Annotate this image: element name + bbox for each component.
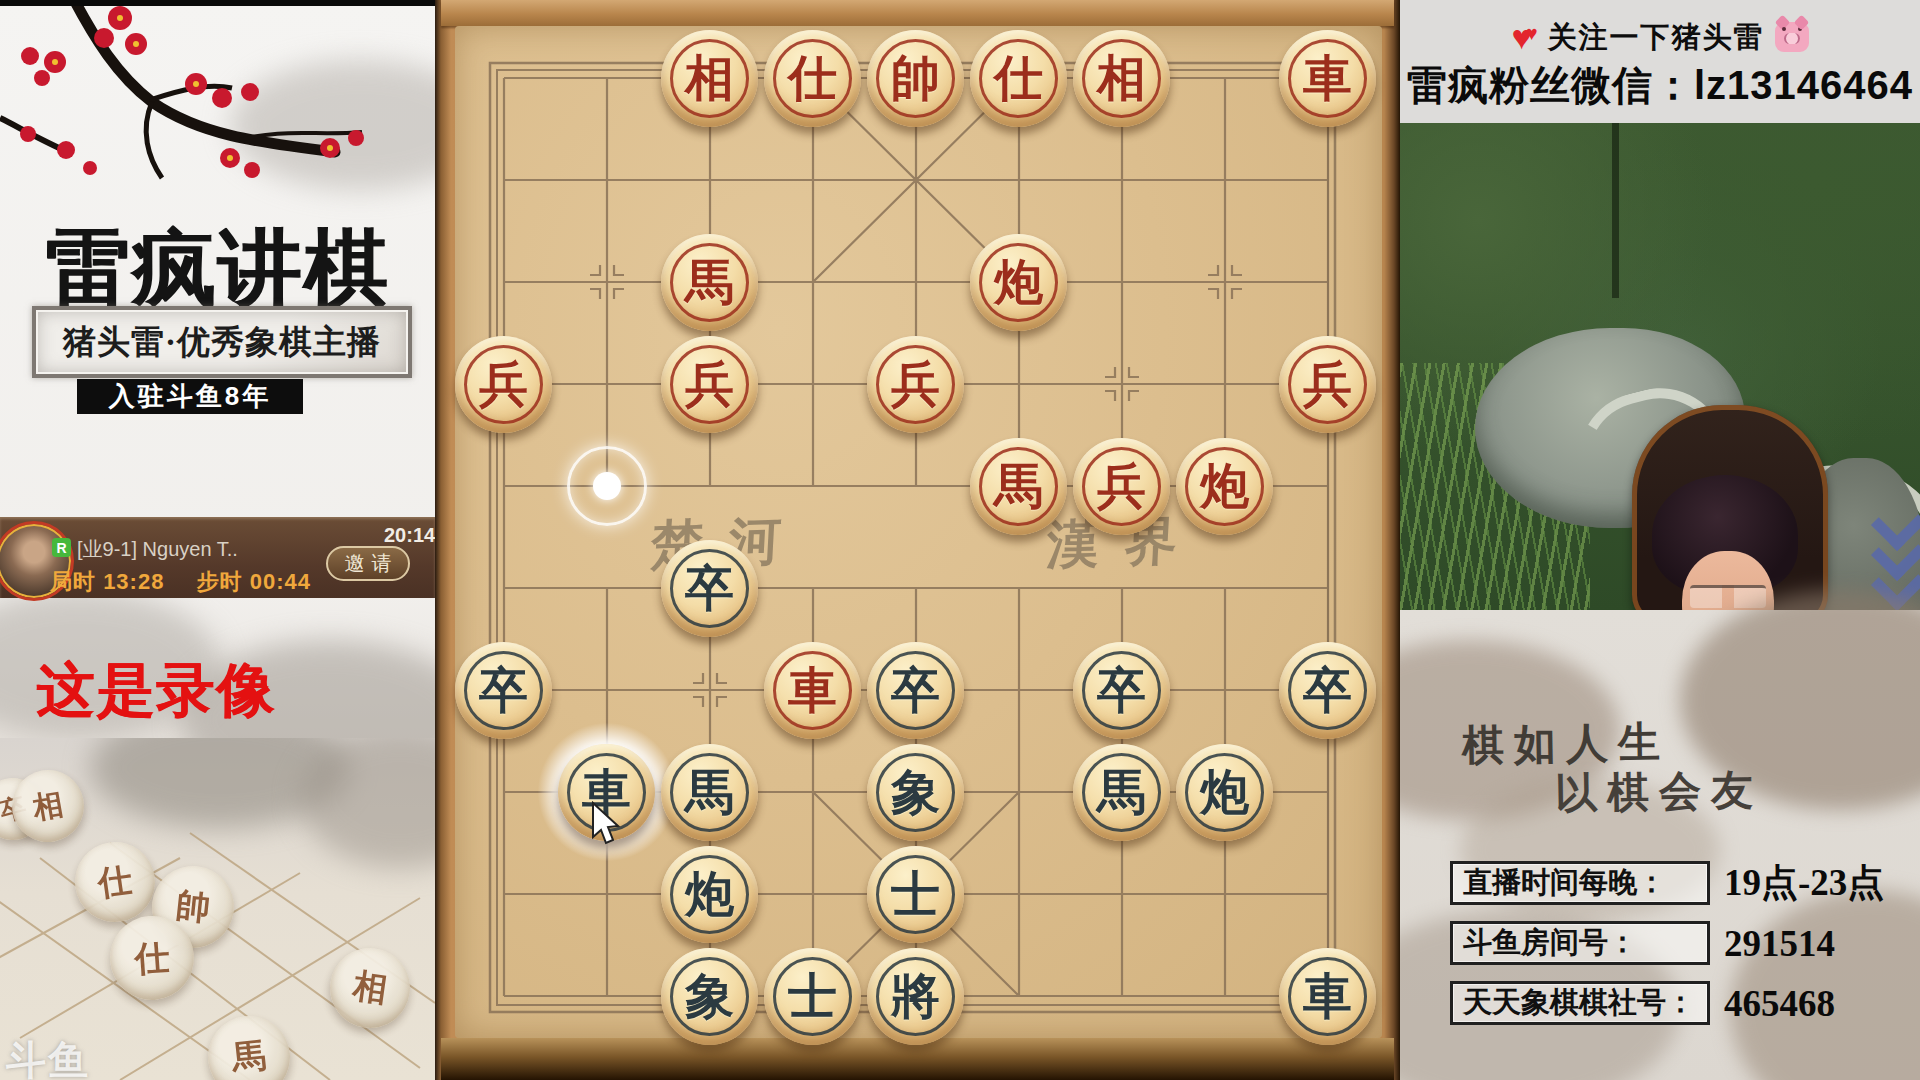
mouse-cursor — [590, 801, 624, 847]
piece-black-卒[interactable]: 卒 — [455, 642, 552, 739]
last-move-ring — [555, 435, 658, 537]
info-row-club: 天天象棋棋社号： 465468 — [1450, 980, 1920, 1026]
top-black-strip — [0, 0, 435, 6]
piece-red-兵[interactable]: 兵 — [455, 336, 552, 433]
xiangqi-board-panel: 楚河 漢界 相仕帥仕相車馬炮兵兵兵兵馬兵炮卒卒車卒卒卒車馬象馬炮炮士象士將車 — [435, 0, 1400, 1080]
follow-text: 关注一下猪头雷 — [1548, 21, 1765, 53]
piece-red-仕[interactable]: 仕 — [970, 30, 1067, 127]
schedule-label: 直播时间每晚： — [1450, 861, 1710, 905]
subtitle-text: 猪头雷·优秀象棋主播 — [63, 320, 381, 365]
piece-black-卒[interactable]: 卒 — [1279, 642, 1376, 739]
invite-button[interactable]: 邀请 — [326, 546, 410, 581]
wechat-line: 雷疯粉丝微信：lz13146464 — [1400, 58, 1920, 113]
right-stream-panel: ♥♥关注一下猪头雷 雷疯粉丝微信：lz13146464 棋如人生 — [1400, 0, 1920, 1080]
subtitle-banner: 猪头雷·优秀象棋主播 — [32, 306, 412, 378]
piece-black-卒[interactable]: 卒 — [867, 642, 964, 739]
plum-blossom-art — [0, 0, 435, 200]
game-time-label: 局时 — [50, 569, 96, 594]
piece-red-相[interactable]: 相 — [1073, 30, 1170, 127]
webcam-video[interactable] — [1400, 123, 1920, 610]
board-grid: 相仕帥仕相車馬炮兵兵兵兵馬兵炮卒卒車卒卒卒車馬象馬炮炮士象士將車 — [452, 27, 1379, 1047]
info-row-room: 斗鱼房间号： 291514 — [1450, 920, 1920, 966]
piece-black-炮[interactable]: 炮 — [1176, 744, 1273, 841]
club-label: 天天象棋棋社号： — [1450, 981, 1710, 1025]
pole — [1612, 123, 1619, 298]
douyu-watermark: 斗鱼 douyu.com — [6, 1033, 95, 1080]
years-banner-text: 入驻斗鱼8年 — [109, 379, 271, 414]
piece-red-車[interactable]: 車 — [1279, 30, 1376, 127]
match-clocks: 局时 13:28 步时 00:44 — [50, 567, 311, 597]
club-value: 465468 — [1724, 982, 1835, 1025]
piece-red-兵[interactable]: 兵 — [661, 336, 758, 433]
piece-red-馬[interactable]: 馬 — [661, 234, 758, 331]
piece-red-仕[interactable]: 仕 — [764, 30, 861, 127]
piece-red-兵[interactable]: 兵 — [1279, 336, 1376, 433]
piece-red-炮[interactable]: 炮 — [1176, 438, 1273, 535]
streamer-glasses — [1690, 585, 1766, 608]
left-promo-panel: 雷疯讲棋 猪头雷·优秀象棋主播 入驻斗鱼8年 R [业9-1] Nguyen T… — [0, 0, 435, 1080]
years-banner: 入驻斗鱼8年 — [77, 379, 303, 414]
piece-black-馬[interactable]: 馬 — [661, 744, 758, 841]
watermark-main: 斗鱼 — [6, 1038, 90, 1080]
move-time-label: 步时 — [197, 569, 243, 594]
piece-black-卒[interactable]: 卒 — [1073, 642, 1170, 739]
piece-black-象[interactable]: 象 — [867, 744, 964, 841]
schedule-value: 19点-23点 — [1724, 858, 1884, 908]
move-time-value: 00:44 — [250, 569, 311, 594]
opponent-name: [业9-1] Nguyen T.. — [77, 536, 238, 563]
piece-red-兵[interactable]: 兵 — [867, 336, 964, 433]
pig-icon — [1775, 22, 1809, 52]
motto-line-2: 以棋会友 — [1555, 762, 1764, 822]
piece-black-卒[interactable]: 卒 — [661, 540, 758, 637]
info-row-schedule: 直播时间每晚： 19点-23点 — [1450, 860, 1920, 906]
piece-red-車[interactable]: 車 — [764, 642, 861, 739]
recording-notice: 这是录像 — [36, 652, 276, 730]
stream-screenshot: 雷疯讲棋 猪头雷·优秀象棋主播 入驻斗鱼8年 R [业9-1] Nguyen T… — [0, 0, 1920, 1080]
room-value: 291514 — [1724, 922, 1835, 965]
game-time-value: 13:28 — [103, 569, 164, 594]
piece-black-炮[interactable]: 炮 — [661, 846, 758, 943]
room-label: 斗鱼房间号： — [1450, 921, 1710, 965]
piece-red-相[interactable]: 相 — [661, 30, 758, 127]
piece-red-兵[interactable]: 兵 — [1073, 438, 1170, 535]
piece-black-士[interactable]: 士 — [867, 846, 964, 943]
rank-badge: R — [52, 538, 71, 557]
piece-red-炮[interactable]: 炮 — [970, 234, 1067, 331]
piece-black-象[interactable]: 象 — [661, 948, 758, 1045]
heart-icon: ♥♥ — [1511, 18, 1539, 56]
piece-black-士[interactable]: 士 — [764, 948, 861, 1045]
piece-black-車[interactable]: 車 — [1279, 948, 1376, 1045]
piece-red-馬[interactable]: 馬 — [970, 438, 1067, 535]
piece-red-帥[interactable]: 帥 — [867, 30, 964, 127]
decorative-board-photo: 卒相仕帥仕相馬 斗鱼 douyu.com — [0, 738, 435, 1080]
follow-line: ♥♥关注一下猪头雷 — [1400, 16, 1920, 58]
piece-black-馬[interactable]: 馬 — [1073, 744, 1170, 841]
piece-black-將[interactable]: 將 — [867, 948, 964, 1045]
